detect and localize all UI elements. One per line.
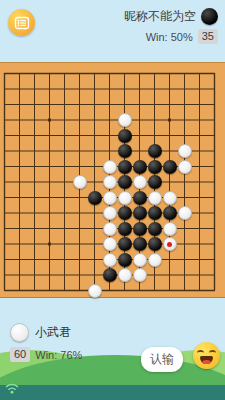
stone-black bbox=[118, 160, 132, 174]
stone-white bbox=[103, 191, 117, 205]
stone-black bbox=[148, 206, 162, 220]
list-menu-icon bbox=[14, 15, 30, 31]
stone-black bbox=[88, 191, 102, 205]
stone-white bbox=[103, 175, 117, 189]
stone-black bbox=[163, 206, 177, 220]
star-point bbox=[48, 243, 51, 246]
stone-black bbox=[103, 268, 117, 282]
stone-black bbox=[118, 253, 132, 267]
stone-black bbox=[133, 206, 147, 220]
emoji-tongue bbox=[202, 360, 211, 364]
bottom-player-winrate: Win: 76% bbox=[35, 349, 82, 361]
stone-white bbox=[163, 191, 177, 205]
stone-white bbox=[103, 160, 117, 174]
stone-white bbox=[133, 175, 147, 189]
stone-white bbox=[88, 284, 102, 298]
top-player-winrate: Win: 50% bbox=[146, 31, 193, 43]
wifi-icon bbox=[5, 380, 19, 398]
emoji-mouth bbox=[200, 356, 213, 364]
bottom-player-name: 小武君 bbox=[35, 324, 71, 341]
stone-white bbox=[73, 175, 87, 189]
stone-black bbox=[118, 175, 132, 189]
stone-white bbox=[163, 237, 177, 251]
stone-white bbox=[103, 253, 117, 267]
star-point bbox=[168, 119, 171, 122]
stone-black bbox=[133, 191, 147, 205]
stone-black bbox=[118, 129, 132, 143]
stone-black bbox=[163, 160, 177, 174]
stone-black bbox=[148, 144, 162, 158]
white-stone-avatar bbox=[10, 323, 29, 342]
stone-white bbox=[148, 253, 162, 267]
last-move-marker bbox=[167, 242, 172, 247]
stone-white bbox=[133, 268, 147, 282]
stone-white bbox=[148, 191, 162, 205]
stone-black bbox=[118, 144, 132, 158]
stone-white bbox=[118, 268, 132, 282]
stone-black bbox=[148, 237, 162, 251]
resign-button[interactable]: 认输 bbox=[141, 347, 183, 372]
menu-button[interactable] bbox=[8, 9, 35, 36]
bottom-strip bbox=[0, 385, 225, 400]
stone-white bbox=[178, 144, 192, 158]
stone-black bbox=[148, 175, 162, 189]
emoji-button[interactable] bbox=[193, 342, 220, 369]
stone-black bbox=[148, 160, 162, 174]
stone-white bbox=[178, 160, 192, 174]
stone-white bbox=[163, 222, 177, 236]
stone-black bbox=[133, 160, 147, 174]
bottom-player-panel: 小武君 60 Win: 76% bbox=[10, 323, 82, 362]
stone-white bbox=[118, 191, 132, 205]
stone-black bbox=[133, 237, 147, 251]
bottom-player-badge: 60 bbox=[10, 347, 30, 362]
stone-white bbox=[178, 206, 192, 220]
stone-black bbox=[118, 206, 132, 220]
stone-black bbox=[118, 222, 132, 236]
star-point bbox=[48, 119, 51, 122]
top-player-name: 昵称不能为空 bbox=[124, 8, 196, 25]
stone-white bbox=[103, 237, 117, 251]
top-player-panel: 昵称不能为空 Win: 50% 35 bbox=[124, 8, 218, 44]
top-player-badge: 35 bbox=[198, 29, 218, 44]
stone-white bbox=[103, 222, 117, 236]
stone-white bbox=[133, 253, 147, 267]
stone-white bbox=[118, 113, 132, 127]
board[interactable] bbox=[0, 62, 225, 298]
stone-black bbox=[148, 222, 162, 236]
stone-white bbox=[103, 206, 117, 220]
stone-black bbox=[118, 237, 132, 251]
stone-black bbox=[133, 222, 147, 236]
black-stone-avatar bbox=[201, 8, 218, 25]
